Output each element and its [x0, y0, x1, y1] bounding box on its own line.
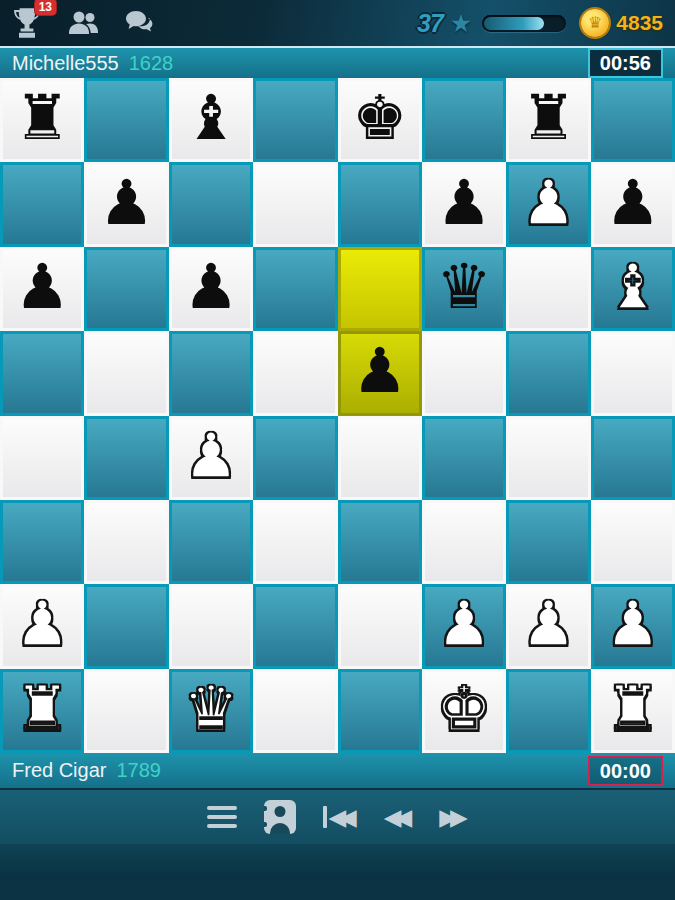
square-h6[interactable]: ♝	[591, 247, 675, 331]
square-g5[interactable]	[506, 331, 590, 415]
square-e4[interactable]	[338, 416, 422, 500]
square-a4[interactable]	[0, 416, 84, 500]
square-h8[interactable]	[591, 78, 675, 162]
square-d5[interactable]	[253, 331, 337, 415]
square-a5[interactable]	[0, 331, 84, 415]
square-h7[interactable]: ♟	[591, 162, 675, 246]
square-e6[interactable]	[338, 247, 422, 331]
square-c1[interactable]: ♛	[169, 669, 253, 753]
opponent-clock: 00:56	[588, 48, 663, 78]
contacts-button[interactable]	[264, 800, 296, 834]
square-e7[interactable]	[338, 162, 422, 246]
white-pawn: ♟	[14, 593, 70, 655]
trophy-button[interactable]: 13	[12, 7, 42, 39]
opponent-name: Michelle555	[12, 52, 119, 75]
square-b1[interactable]	[84, 669, 168, 753]
white-pawn: ♟	[436, 593, 492, 655]
square-c6[interactable]: ♟	[169, 247, 253, 331]
black-pawn: ♟	[352, 340, 408, 402]
square-c4[interactable]: ♟	[169, 416, 253, 500]
black-queen: ♛	[436, 256, 492, 318]
square-c5[interactable]	[169, 331, 253, 415]
coins-count: 4835	[616, 11, 663, 35]
black-pawn: ♟	[436, 172, 492, 234]
chess-board[interactable]: ♜♝♚♜♟♟♟♟♟♟♛♝♟♟♟♟♟♟♜♛♚♜	[0, 78, 675, 753]
player-rating: 1789	[116, 759, 161, 782]
square-c2[interactable]	[169, 584, 253, 668]
player-bar: Fred Cigar 1789 00:00	[0, 753, 675, 788]
square-a3[interactable]	[0, 500, 84, 584]
white-rook: ♜	[605, 678, 661, 740]
square-b2[interactable]	[84, 584, 168, 668]
white-rook: ♜	[14, 678, 70, 740]
square-g4[interactable]	[506, 416, 590, 500]
square-f6[interactable]: ♛	[422, 247, 506, 331]
square-f2[interactable]: ♟	[422, 584, 506, 668]
square-g2[interactable]: ♟	[506, 584, 590, 668]
square-c8[interactable]: ♝	[169, 78, 253, 162]
black-pawn: ♟	[605, 172, 661, 234]
square-h3[interactable]	[591, 500, 675, 584]
step-forward-button[interactable]: ▶▶	[439, 804, 467, 830]
square-b3[interactable]	[84, 500, 168, 584]
white-pawn: ♟	[521, 172, 577, 234]
player-name: Fred Cigar	[12, 759, 106, 782]
square-h1[interactable]: ♜	[591, 669, 675, 753]
square-h5[interactable]	[591, 331, 675, 415]
square-f4[interactable]	[422, 416, 506, 500]
trophy-badge: 13	[35, 0, 56, 15]
square-c7[interactable]	[169, 162, 253, 246]
chat-button[interactable]	[124, 9, 156, 37]
skip-to-start-icon	[323, 806, 327, 828]
opponent-bar: Michelle555 1628 00:56	[0, 48, 675, 78]
white-queen: ♛	[183, 678, 239, 740]
crown-icon: ♛	[588, 15, 602, 31]
square-d3[interactable]	[253, 500, 337, 584]
square-f7[interactable]: ♟	[422, 162, 506, 246]
level-number: 37	[417, 9, 443, 38]
square-f1[interactable]: ♚	[422, 669, 506, 753]
square-e1[interactable]	[338, 669, 422, 753]
black-pawn: ♟	[14, 256, 70, 318]
rewind-icon: ◀◀	[384, 804, 412, 830]
square-d2[interactable]	[253, 584, 337, 668]
square-g3[interactable]	[506, 500, 590, 584]
black-pawn: ♟	[99, 172, 155, 234]
square-h2[interactable]: ♟	[591, 584, 675, 668]
square-g7[interactable]: ♟	[506, 162, 590, 246]
square-b4[interactable]	[84, 416, 168, 500]
black-pawn: ♟	[183, 256, 239, 318]
white-king: ♚	[436, 678, 492, 740]
friends-button[interactable]	[66, 9, 100, 37]
square-f5[interactable]	[422, 331, 506, 415]
square-h4[interactable]	[591, 416, 675, 500]
chat-icon	[124, 9, 156, 37]
square-b5[interactable]	[84, 331, 168, 415]
square-d6[interactable]	[253, 247, 337, 331]
white-pawn: ♟	[521, 593, 577, 655]
square-b8[interactable]	[84, 78, 168, 162]
square-d1[interactable]	[253, 669, 337, 753]
square-g6[interactable]	[506, 247, 590, 331]
level-progress-bar	[482, 15, 566, 32]
top-status-bar: 13 37 ★ ♛ 4835	[0, 0, 675, 46]
square-d7[interactable]	[253, 162, 337, 246]
square-e8[interactable]: ♚	[338, 78, 422, 162]
black-rook: ♜	[14, 87, 70, 149]
square-c3[interactable]	[169, 500, 253, 584]
coin-icon[interactable]: ♛	[581, 9, 609, 37]
square-a7[interactable]	[0, 162, 84, 246]
square-e5[interactable]: ♟	[338, 331, 422, 415]
player-clock: 00:00	[588, 756, 663, 786]
skip-to-start-button[interactable]: ◀◀	[323, 804, 356, 830]
square-a6[interactable]: ♟	[0, 247, 84, 331]
square-a1[interactable]: ♜	[0, 669, 84, 753]
white-pawn: ♟	[605, 593, 661, 655]
opponent-rating: 1628	[129, 52, 174, 75]
square-e3[interactable]	[338, 500, 422, 584]
menu-icon	[207, 806, 237, 828]
menu-button[interactable]	[207, 806, 237, 828]
bottom-background	[0, 844, 675, 900]
contacts-book-icon	[264, 800, 296, 834]
step-back-button[interactable]: ◀◀	[384, 804, 412, 830]
square-d8[interactable]	[253, 78, 337, 162]
square-f3[interactable]	[422, 500, 506, 584]
star-icon: ★	[450, 9, 472, 38]
black-bishop: ♝	[183, 87, 239, 149]
white-pawn: ♟	[183, 425, 239, 487]
black-rook: ♜	[521, 87, 577, 149]
white-bishop: ♝	[605, 256, 661, 318]
game-toolbar: ◀◀ ◀◀ ▶▶	[0, 788, 675, 844]
friends-icon	[66, 9, 100, 37]
black-king: ♚	[352, 87, 408, 149]
square-b6[interactable]	[84, 247, 168, 331]
square-d4[interactable]	[253, 416, 337, 500]
fast-forward-icon: ▶▶	[439, 804, 467, 830]
square-a8[interactable]: ♜	[0, 78, 84, 162]
square-g1[interactable]	[506, 669, 590, 753]
square-g8[interactable]: ♜	[506, 78, 590, 162]
square-e2[interactable]	[338, 584, 422, 668]
square-a2[interactable]: ♟	[0, 584, 84, 668]
square-f8[interactable]	[422, 78, 506, 162]
square-b7[interactable]: ♟	[84, 162, 168, 246]
level-progress-fill	[484, 17, 544, 30]
